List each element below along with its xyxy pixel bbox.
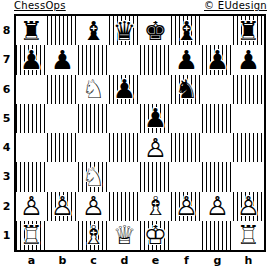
- file-label-b: b: [47, 254, 78, 268]
- square-e3: [140, 162, 171, 191]
- square-c6: ♞♘: [78, 75, 109, 104]
- rank-label-2: 2: [0, 192, 13, 221]
- square-f3: [171, 162, 202, 191]
- square-h2: ♟♙: [233, 192, 264, 221]
- square-a8: ♜: [16, 16, 47, 45]
- piece-black-pawn: ♟: [140, 104, 171, 133]
- piece-black-pawn: ♟: [202, 45, 233, 74]
- piece-black-pawn: ♟: [171, 45, 202, 74]
- file-label-c: c: [78, 254, 109, 268]
- square-b5: [47, 104, 78, 133]
- square-h5: [233, 104, 264, 133]
- rank-labels: 87654321: [0, 16, 13, 250]
- square-a7: ♟: [16, 45, 47, 74]
- square-d2: [109, 192, 140, 221]
- square-c5: [78, 104, 109, 133]
- app-title: ChessOps: [14, 0, 66, 11]
- piece-black-rook: ♜: [16, 16, 47, 45]
- square-f8: ♝: [171, 16, 202, 45]
- piece-white-queen: ♛♕: [109, 221, 140, 250]
- piece-white-knight: ♞♘: [78, 75, 109, 104]
- square-b1: [47, 221, 78, 250]
- piece-white-pawn: ♟♙: [78, 192, 109, 221]
- rank-label-5: 5: [0, 104, 13, 133]
- square-e5: ♟: [140, 104, 171, 133]
- piece-black-pawn: ♟: [233, 45, 264, 74]
- rank-label-3: 3: [0, 162, 13, 191]
- square-d1: ♛♕: [109, 221, 140, 250]
- square-d7: [109, 45, 140, 74]
- square-a1: ♜♖: [16, 221, 47, 250]
- piece-black-pawn: ♟: [16, 45, 47, 74]
- piece-white-knight: ♞♘: [78, 162, 109, 191]
- credit-label: © EUdesign: [204, 0, 267, 11]
- square-e8: ♚: [140, 16, 171, 45]
- piece-white-rook: ♜♖: [16, 221, 47, 250]
- piece-white-king: ♚♔: [140, 221, 171, 250]
- square-f1: [171, 221, 202, 250]
- square-h8: ♜: [233, 16, 264, 45]
- piece-black-queen: ♛: [109, 16, 140, 45]
- rank-label-4: 4: [0, 133, 13, 162]
- square-h3: [233, 162, 264, 191]
- square-e2: ♝♗: [140, 192, 171, 221]
- rank-label-7: 7: [0, 45, 13, 74]
- piece-white-bishop: ♝♗: [78, 221, 109, 250]
- piece-black-bishop: ♝: [171, 16, 202, 45]
- square-c2: ♟♙: [78, 192, 109, 221]
- piece-white-pawn: ♟♙: [233, 192, 264, 221]
- file-label-d: d: [109, 254, 140, 268]
- square-d6: ♟: [109, 75, 140, 104]
- piece-white-rook: ♜♖: [233, 221, 264, 250]
- square-a5: [16, 104, 47, 133]
- chess-board: ♜♝♛♚♝♜♟♟♟♟♟♞♘♟♞♟♟♙♞♘♟♙♟♙♟♙♝♗♟♙♟♙♟♙♜♖♝♗♛♕…: [14, 14, 266, 252]
- square-b3: [47, 162, 78, 191]
- header-bar: ChessOps © EUdesign: [0, 0, 270, 13]
- file-label-h: h: [233, 254, 264, 268]
- square-f7: ♟: [171, 45, 202, 74]
- piece-black-knight: ♞: [171, 75, 202, 104]
- square-f6: ♞: [171, 75, 202, 104]
- square-g3: [202, 162, 233, 191]
- chessops-diagram: ChessOps © EUdesign 87654321 ♜♝♛♚♝♜♟♟♟♟♟…: [0, 0, 270, 270]
- file-label-a: a: [16, 254, 47, 268]
- square-a6: [16, 75, 47, 104]
- piece-black-pawn: ♟: [109, 75, 140, 104]
- square-c1: ♝♗: [78, 221, 109, 250]
- square-d8: ♛: [109, 16, 140, 45]
- square-b8: [47, 16, 78, 45]
- rank-label-8: 8: [0, 16, 13, 45]
- square-f4: [171, 133, 202, 162]
- square-d3: [109, 162, 140, 191]
- square-d4: [109, 133, 140, 162]
- piece-white-pawn: ♟♙: [171, 192, 202, 221]
- square-c8: ♝: [78, 16, 109, 45]
- square-h1: ♜♖: [233, 221, 264, 250]
- square-c4: [78, 133, 109, 162]
- file-label-g: g: [202, 254, 233, 268]
- square-a3: [16, 162, 47, 191]
- piece-black-king: ♚: [140, 16, 171, 45]
- square-b6: [47, 75, 78, 104]
- square-h4: [233, 133, 264, 162]
- square-a2: ♟♙: [16, 192, 47, 221]
- square-g2: ♟♙: [202, 192, 233, 221]
- square-e4: ♟♙: [140, 133, 171, 162]
- square-g8: [202, 16, 233, 45]
- square-b7: ♟: [47, 45, 78, 74]
- piece-white-pawn: ♟♙: [47, 192, 78, 221]
- square-f5: [171, 104, 202, 133]
- file-labels: abcdefgh: [16, 254, 264, 268]
- rank-label-6: 6: [0, 75, 13, 104]
- square-d5: [109, 104, 140, 133]
- square-g5: [202, 104, 233, 133]
- square-b4: [47, 133, 78, 162]
- square-c3: ♞♘: [78, 162, 109, 191]
- square-a4: [16, 133, 47, 162]
- square-g7: ♟: [202, 45, 233, 74]
- square-e6: [140, 75, 171, 104]
- rank-label-1: 1: [0, 221, 13, 250]
- square-g4: [202, 133, 233, 162]
- piece-white-pawn: ♟♙: [140, 133, 171, 162]
- file-label-f: f: [171, 254, 202, 268]
- piece-white-bishop: ♝♗: [140, 192, 171, 221]
- file-label-e: e: [140, 254, 171, 268]
- square-b2: ♟♙: [47, 192, 78, 221]
- piece-black-bishop: ♝: [78, 16, 109, 45]
- square-f2: ♟♙: [171, 192, 202, 221]
- square-g1: [202, 221, 233, 250]
- piece-black-pawn: ♟: [47, 45, 78, 74]
- square-c7: [78, 45, 109, 74]
- square-h6: [233, 75, 264, 104]
- square-e7: [140, 45, 171, 74]
- square-h7: ♟: [233, 45, 264, 74]
- square-g6: [202, 75, 233, 104]
- piece-white-pawn: ♟♙: [202, 192, 233, 221]
- square-e1: ♚♔: [140, 221, 171, 250]
- piece-black-rook: ♜: [233, 16, 264, 45]
- piece-white-pawn: ♟♙: [16, 192, 47, 221]
